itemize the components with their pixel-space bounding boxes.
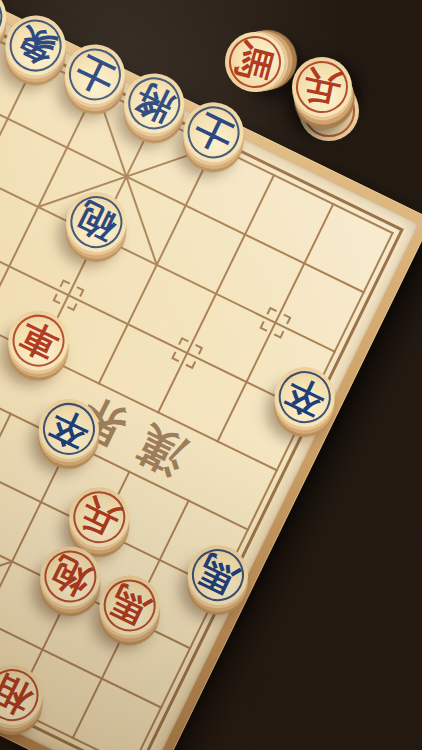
captured-piece-red-horse: 馬 xyxy=(218,25,291,98)
svg-text:漢: 漢 xyxy=(129,416,195,485)
table-surface: 楚河漢界 車馬象士將士砲卒砲卒車兵卒兵車卒炮兵馬炮相馬仕帥仕相 馬兵 xyxy=(0,0,422,750)
